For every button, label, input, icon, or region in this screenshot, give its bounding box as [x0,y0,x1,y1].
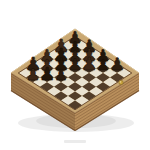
latch [119,80,123,84]
board: ♟♟♟♟♟♟♟♟♟♟♟♟♟♟♟♟♟♟♟ [0,0,150,150]
checkers-piece: ♟ [54,66,67,84]
checkers-piece: ♟ [109,54,124,74]
checkers-piece: ♟ [96,56,109,74]
latch-highlight [120,81,121,82]
watermark [64,140,86,143]
product-photo-chess-box: ♟♟♟♟♟♟♟♟♟♟♟♟♟♟♟♟♟♟♟ [0,0,150,150]
checkers-piece: ♟ [39,63,55,84]
checkers-piece: ♟ [81,53,97,74]
